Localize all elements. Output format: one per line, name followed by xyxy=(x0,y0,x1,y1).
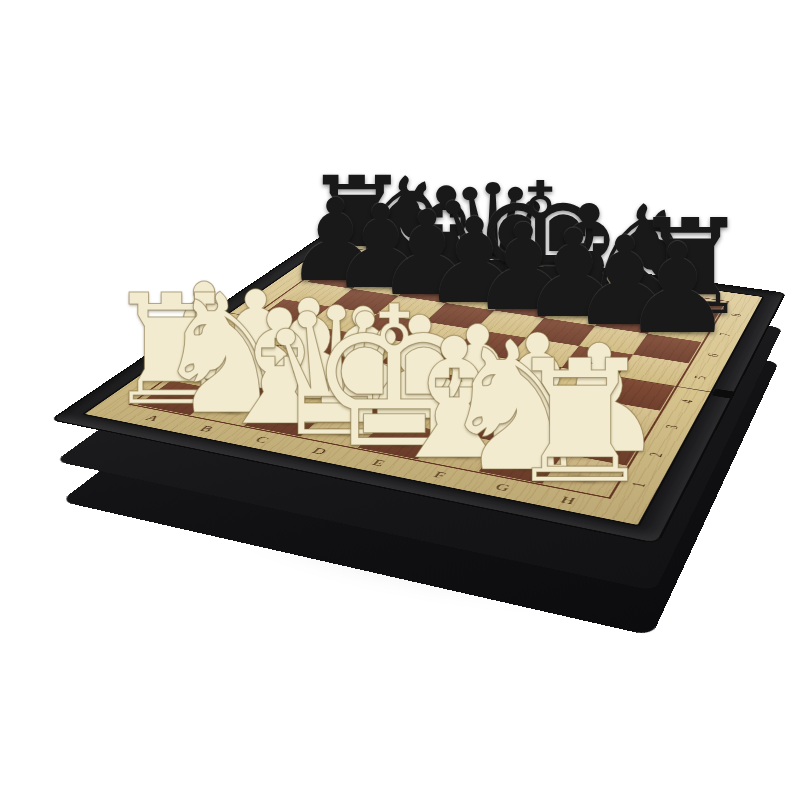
file-label-e: E xyxy=(369,458,387,469)
piece-contact-shadow xyxy=(488,456,548,478)
rank-label-6: 6 xyxy=(705,353,723,358)
piece-contact-shadow xyxy=(552,468,613,490)
file-label-f: F xyxy=(431,470,448,481)
rank-label-1: 1 xyxy=(629,481,650,489)
piece-contact-shadow xyxy=(427,444,486,465)
rank-label-8: 8 xyxy=(728,313,744,318)
piece-contact-shadow xyxy=(368,433,427,453)
rank-label-5: 5 xyxy=(692,375,710,381)
file-label-c: C xyxy=(252,435,272,445)
rank-label-4: 4 xyxy=(678,398,697,404)
piece-contact-shadow xyxy=(181,369,235,386)
rank-label-7: 7 xyxy=(717,332,734,337)
file-label-a: A xyxy=(142,413,163,423)
file-label-h: H xyxy=(558,494,577,506)
chess-set-photo: ABCDEFGH 87654321 ♜♞♝♛♚♝♞♜♟♟♟♟♟♟♟♟♟♟♟♟♟♟… xyxy=(0,0,800,800)
piece-contact-shadow xyxy=(200,402,256,420)
piece-contact-shadow xyxy=(254,412,311,431)
file-label-g: G xyxy=(493,482,513,494)
fold-clasp-right xyxy=(712,389,735,399)
rank-label-2: 2 xyxy=(646,451,666,458)
piece-contact-shadow xyxy=(148,392,204,410)
file-label-b: B xyxy=(196,424,216,434)
file-label-d: D xyxy=(309,446,329,457)
piece-contact-shadow xyxy=(310,423,368,443)
rank-label-3: 3 xyxy=(663,424,683,430)
